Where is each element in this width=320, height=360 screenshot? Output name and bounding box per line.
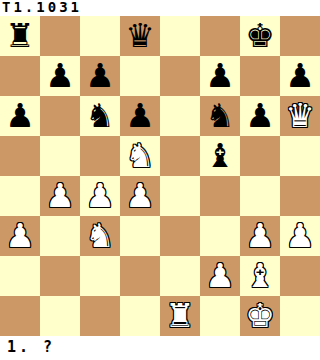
square-c1[interactable]	[80, 296, 120, 336]
black-pawn[interactable]: ♟	[285, 56, 315, 96]
square-a8[interactable]: ♜	[0, 16, 40, 56]
white-king[interactable]: ♚	[245, 296, 275, 336]
square-d4[interactable]: ♟	[120, 176, 160, 216]
square-d2[interactable]	[120, 256, 160, 296]
black-queen[interactable]: ♛	[125, 16, 155, 56]
square-g5[interactable]	[240, 136, 280, 176]
square-e6[interactable]	[160, 96, 200, 136]
square-a3[interactable]: ♟	[0, 216, 40, 256]
square-c8[interactable]	[80, 16, 120, 56]
square-g1[interactable]: ♚	[240, 296, 280, 336]
square-d3[interactable]	[120, 216, 160, 256]
square-c5[interactable]	[80, 136, 120, 176]
square-b7[interactable]: ♟	[40, 56, 80, 96]
square-h3[interactable]: ♟	[280, 216, 320, 256]
square-a2[interactable]	[0, 256, 40, 296]
move-prompt: 1. ?	[0, 336, 320, 360]
white-queen[interactable]: ♛	[285, 96, 315, 136]
square-h6[interactable]: ♛	[280, 96, 320, 136]
black-pawn[interactable]: ♟	[125, 96, 155, 136]
square-b4[interactable]: ♟	[40, 176, 80, 216]
square-c4[interactable]: ♟	[80, 176, 120, 216]
puzzle-id: T1.1031	[0, 0, 320, 16]
square-h7[interactable]: ♟	[280, 56, 320, 96]
chess-board: ♜♛♚♟♟♟♟♟♞♟♞♟♛♞♝♟♟♟♟♞♟♟♟♝♜♚	[0, 16, 320, 336]
chess-app-window: T1.1031 ♜♛♚♟♟♟♟♟♞♟♞♟♛♞♝♟♟♟♟♞♟♟♟♝♜♚ 1. ?	[0, 0, 320, 360]
square-a7[interactable]	[0, 56, 40, 96]
square-f3[interactable]	[200, 216, 240, 256]
square-h1[interactable]	[280, 296, 320, 336]
black-rook[interactable]: ♜	[5, 16, 35, 56]
square-b5[interactable]	[40, 136, 80, 176]
square-f6[interactable]: ♞	[200, 96, 240, 136]
square-b6[interactable]	[40, 96, 80, 136]
black-pawn[interactable]: ♟	[205, 56, 235, 96]
square-g2[interactable]: ♝	[240, 256, 280, 296]
white-pawn[interactable]: ♟	[85, 176, 115, 216]
square-d6[interactable]: ♟	[120, 96, 160, 136]
white-pawn[interactable]: ♟	[5, 216, 35, 256]
square-h5[interactable]	[280, 136, 320, 176]
square-e3[interactable]	[160, 216, 200, 256]
square-f8[interactable]	[200, 16, 240, 56]
square-c3[interactable]: ♞	[80, 216, 120, 256]
square-f2[interactable]: ♟	[200, 256, 240, 296]
square-g3[interactable]: ♟	[240, 216, 280, 256]
square-h4[interactable]	[280, 176, 320, 216]
black-pawn[interactable]: ♟	[85, 56, 115, 96]
square-e5[interactable]	[160, 136, 200, 176]
white-pawn[interactable]: ♟	[45, 176, 75, 216]
square-f1[interactable]	[200, 296, 240, 336]
square-e1[interactable]: ♜	[160, 296, 200, 336]
square-a1[interactable]	[0, 296, 40, 336]
white-knight[interactable]: ♞	[85, 216, 115, 256]
square-e4[interactable]	[160, 176, 200, 216]
square-b2[interactable]	[40, 256, 80, 296]
square-g6[interactable]: ♟	[240, 96, 280, 136]
square-b8[interactable]	[40, 16, 80, 56]
black-pawn[interactable]: ♟	[245, 96, 275, 136]
square-f4[interactable]	[200, 176, 240, 216]
square-d7[interactable]	[120, 56, 160, 96]
white-pawn[interactable]: ♟	[205, 256, 235, 296]
black-bishop[interactable]: ♝	[205, 136, 235, 176]
square-d5[interactable]: ♞	[120, 136, 160, 176]
square-g8[interactable]: ♚	[240, 16, 280, 56]
white-knight[interactable]: ♞	[125, 136, 155, 176]
black-pawn[interactable]: ♟	[5, 96, 35, 136]
white-bishop[interactable]: ♝	[245, 256, 275, 296]
square-g4[interactable]	[240, 176, 280, 216]
square-b3[interactable]	[40, 216, 80, 256]
square-c6[interactable]: ♞	[80, 96, 120, 136]
black-pawn[interactable]: ♟	[45, 56, 75, 96]
square-a6[interactable]: ♟	[0, 96, 40, 136]
square-c2[interactable]	[80, 256, 120, 296]
square-f7[interactable]: ♟	[200, 56, 240, 96]
square-e2[interactable]	[160, 256, 200, 296]
white-pawn[interactable]: ♟	[245, 216, 275, 256]
square-h8[interactable]	[280, 16, 320, 56]
black-knight[interactable]: ♞	[205, 96, 235, 136]
white-pawn[interactable]: ♟	[285, 216, 315, 256]
square-a5[interactable]	[0, 136, 40, 176]
black-king[interactable]: ♚	[245, 16, 275, 56]
square-c7[interactable]: ♟	[80, 56, 120, 96]
white-pawn[interactable]: ♟	[125, 176, 155, 216]
square-d1[interactable]	[120, 296, 160, 336]
square-e8[interactable]	[160, 16, 200, 56]
square-g7[interactable]	[240, 56, 280, 96]
square-f5[interactable]: ♝	[200, 136, 240, 176]
square-h2[interactable]	[280, 256, 320, 296]
square-a4[interactable]	[0, 176, 40, 216]
square-e7[interactable]	[160, 56, 200, 96]
square-b1[interactable]	[40, 296, 80, 336]
white-rook[interactable]: ♜	[165, 296, 195, 336]
square-d8[interactable]: ♛	[120, 16, 160, 56]
black-knight[interactable]: ♞	[85, 96, 115, 136]
